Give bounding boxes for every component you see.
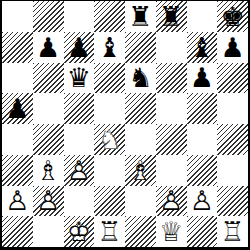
- square-e5[interactable]: [125, 93, 156, 124]
- piece-white-knight: ♞♘: [94, 124, 125, 155]
- square-e8[interactable]: ♜: [125, 1, 156, 32]
- square-c5[interactable]: [64, 93, 95, 124]
- piece-black-rook: ♜: [125, 1, 156, 32]
- square-a2[interactable]: ♟♙: [2, 186, 33, 217]
- square-e7[interactable]: [125, 32, 156, 63]
- piece-white-pawn: ♟♙: [2, 186, 33, 217]
- white-piece-outline: ♙: [64, 155, 95, 186]
- square-g1[interactable]: [187, 216, 218, 247]
- white-piece-outline: ♙: [33, 186, 64, 217]
- square-f5[interactable]: [156, 93, 187, 124]
- white-piece-outline: ♙: [187, 186, 218, 217]
- piece-white-king: ♚♔: [64, 216, 95, 247]
- square-h4[interactable]: [217, 124, 248, 155]
- square-g7[interactable]: ♝: [187, 32, 218, 63]
- square-c7[interactable]: ♟: [64, 32, 95, 63]
- square-d7[interactable]: ♝: [94, 32, 125, 63]
- piece-black-knight: ♞: [125, 63, 156, 94]
- square-e6[interactable]: ♞: [125, 63, 156, 94]
- piece-black-king: ♚: [217, 1, 248, 32]
- square-a3[interactable]: [2, 155, 33, 186]
- square-b2[interactable]: ♟♙: [33, 186, 64, 217]
- piece-white-rook: ♜♖: [94, 216, 125, 247]
- piece-white-pawn: ♟♙: [33, 186, 64, 217]
- square-c3[interactable]: ♟♙: [64, 155, 95, 186]
- white-piece-outline: ♗: [125, 155, 156, 186]
- piece-black-pawn: ♟: [33, 32, 64, 63]
- square-d8[interactable]: [94, 1, 125, 32]
- square-g3[interactable]: [187, 155, 218, 186]
- square-d2[interactable]: [94, 186, 125, 217]
- square-b5[interactable]: [33, 93, 64, 124]
- square-d3[interactable]: [94, 155, 125, 186]
- square-e4[interactable]: [125, 124, 156, 155]
- square-d6[interactable]: [94, 63, 125, 94]
- square-b8[interactable]: [33, 1, 64, 32]
- white-piece-outline: ♔: [64, 216, 95, 247]
- square-g2[interactable]: ♟♙: [187, 186, 218, 217]
- square-h5[interactable]: [217, 93, 248, 124]
- square-a5[interactable]: ♟: [2, 93, 33, 124]
- square-a1[interactable]: [2, 216, 33, 247]
- piece-white-rook: ♜♖: [217, 216, 248, 247]
- square-e1[interactable]: [125, 216, 156, 247]
- square-h2[interactable]: [217, 186, 248, 217]
- square-a4[interactable]: [2, 124, 33, 155]
- square-b1[interactable]: [33, 216, 64, 247]
- piece-black-pawn: ♟: [187, 63, 218, 94]
- piece-white-pawn: ♟♙: [156, 186, 187, 217]
- white-piece-outline: ♖: [217, 216, 248, 247]
- square-a7[interactable]: [2, 32, 33, 63]
- square-h1[interactable]: ♜♖: [217, 216, 248, 247]
- square-a6[interactable]: [2, 63, 33, 94]
- white-piece-outline: ♙: [2, 186, 33, 217]
- piece-white-queen: ♛♕: [156, 216, 187, 247]
- square-f2[interactable]: ♟♙: [156, 186, 187, 217]
- square-f8[interactable]: ♜: [156, 1, 187, 32]
- square-g8[interactable]: [187, 1, 218, 32]
- square-c6[interactable]: ♛: [64, 63, 95, 94]
- piece-white-bishop: ♝♗: [33, 155, 64, 186]
- chess-board: ♜♜♚♟♟♝♝♟♛♞♟♟♞♘♝♗♟♙♝♗♟♙♟♙♟♙♟♙♚♔♜♖♛♕♜♖: [0, 0, 250, 250]
- piece-black-rook: ♜: [156, 1, 187, 32]
- square-h8[interactable]: ♚: [217, 1, 248, 32]
- square-e3[interactable]: ♝♗: [125, 155, 156, 186]
- square-g5[interactable]: [187, 93, 218, 124]
- square-d4[interactable]: ♞♘: [94, 124, 125, 155]
- square-a8[interactable]: [2, 1, 33, 32]
- square-b6[interactable]: [33, 63, 64, 94]
- square-f4[interactable]: [156, 124, 187, 155]
- white-piece-outline: ♙: [156, 186, 187, 217]
- piece-white-pawn: ♟♙: [187, 186, 218, 217]
- square-f3[interactable]: [156, 155, 187, 186]
- square-b3[interactable]: ♝♗: [33, 155, 64, 186]
- square-g4[interactable]: [187, 124, 218, 155]
- piece-black-bishop: ♝: [94, 32, 125, 63]
- piece-white-bishop: ♝♗: [125, 155, 156, 186]
- piece-black-pawn: ♟: [217, 32, 248, 63]
- square-c1[interactable]: ♚♔: [64, 216, 95, 247]
- white-piece-outline: ♕: [156, 216, 187, 247]
- white-piece-outline: ♗: [33, 155, 64, 186]
- square-c8[interactable]: [64, 1, 95, 32]
- square-d1[interactable]: ♜♖: [94, 216, 125, 247]
- square-e2[interactable]: [125, 186, 156, 217]
- square-f6[interactable]: [156, 63, 187, 94]
- square-g6[interactable]: ♟: [187, 63, 218, 94]
- white-piece-outline: ♘: [94, 124, 125, 155]
- piece-black-pawn: ♟: [2, 93, 33, 124]
- square-f1[interactable]: ♛♕: [156, 216, 187, 247]
- square-c4[interactable]: [64, 124, 95, 155]
- piece-black-queen: ♛: [64, 63, 95, 94]
- piece-black-pawn: ♟: [64, 32, 95, 63]
- square-b7[interactable]: ♟: [33, 32, 64, 63]
- square-c2[interactable]: [64, 186, 95, 217]
- piece-black-bishop: ♝: [187, 32, 218, 63]
- square-h7[interactable]: ♟: [217, 32, 248, 63]
- square-h3[interactable]: [217, 155, 248, 186]
- piece-white-pawn: ♟♙: [64, 155, 95, 186]
- square-b4[interactable]: [33, 124, 64, 155]
- square-f7[interactable]: [156, 32, 187, 63]
- square-d5[interactable]: [94, 93, 125, 124]
- square-h6[interactable]: [217, 63, 248, 94]
- white-piece-outline: ♖: [94, 216, 125, 247]
